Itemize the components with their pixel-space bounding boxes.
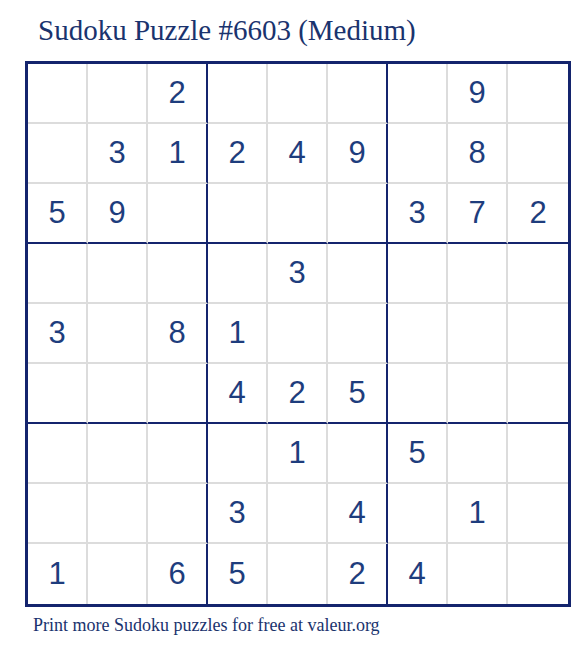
cell-r4c8[interactable]: [448, 244, 508, 304]
sudoku-board: 293124985937233814251534116524: [25, 61, 571, 607]
cell-r2c5[interactable]: 4: [268, 124, 328, 184]
cell-r1c6[interactable]: [328, 64, 388, 124]
cell-r1c4[interactable]: [208, 64, 268, 124]
footer-text: Print more Sudoku puzzles for free at va…: [33, 615, 380, 636]
cell-r9c3[interactable]: 6: [148, 544, 208, 604]
cell-r8c5[interactable]: [268, 484, 328, 544]
cell-r1c5[interactable]: [268, 64, 328, 124]
page-title: Sudoku Puzzle #6603 (Medium): [38, 14, 416, 47]
cell-r9c2[interactable]: [88, 544, 148, 604]
cell-r5c5[interactable]: [268, 304, 328, 364]
cell-r8c6[interactable]: 4: [328, 484, 388, 544]
cell-r4c2[interactable]: [88, 244, 148, 304]
cell-r7c9[interactable]: [508, 424, 568, 484]
cell-r2c9[interactable]: [508, 124, 568, 184]
cell-r4c7[interactable]: [388, 244, 448, 304]
cell-r2c1[interactable]: [28, 124, 88, 184]
cell-r8c9[interactable]: [508, 484, 568, 544]
cell-r3c1[interactable]: 5: [28, 184, 88, 244]
cell-r5c1[interactable]: 3: [28, 304, 88, 364]
cell-r7c1[interactable]: [28, 424, 88, 484]
cell-r7c4[interactable]: [208, 424, 268, 484]
cell-r9c7[interactable]: 4: [388, 544, 448, 604]
cell-r5c7[interactable]: [388, 304, 448, 364]
cell-r5c4[interactable]: 1: [208, 304, 268, 364]
cell-r9c9[interactable]: [508, 544, 568, 604]
cell-r9c1[interactable]: 1: [28, 544, 88, 604]
cell-r2c4[interactable]: 2: [208, 124, 268, 184]
cell-r8c2[interactable]: [88, 484, 148, 544]
cell-r9c6[interactable]: 2: [328, 544, 388, 604]
cell-r8c3[interactable]: [148, 484, 208, 544]
cell-r3c4[interactable]: [208, 184, 268, 244]
cell-r7c8[interactable]: [448, 424, 508, 484]
cell-r4c1[interactable]: [28, 244, 88, 304]
cell-r5c6[interactable]: [328, 304, 388, 364]
cell-r5c8[interactable]: [448, 304, 508, 364]
cell-r6c4[interactable]: 4: [208, 364, 268, 424]
cell-r6c7[interactable]: [388, 364, 448, 424]
cell-r8c1[interactable]: [28, 484, 88, 544]
cell-r3c8[interactable]: 7: [448, 184, 508, 244]
cell-r1c1[interactable]: [28, 64, 88, 124]
cell-r3c3[interactable]: [148, 184, 208, 244]
cell-r6c6[interactable]: 5: [328, 364, 388, 424]
cell-r3c9[interactable]: 2: [508, 184, 568, 244]
cell-r6c8[interactable]: [448, 364, 508, 424]
cell-r7c6[interactable]: [328, 424, 388, 484]
cell-r5c3[interactable]: 8: [148, 304, 208, 364]
cell-r6c9[interactable]: [508, 364, 568, 424]
cell-r7c3[interactable]: [148, 424, 208, 484]
cell-r4c5[interactable]: 3: [268, 244, 328, 304]
cell-r9c4[interactable]: 5: [208, 544, 268, 604]
cell-r2c6[interactable]: 9: [328, 124, 388, 184]
cell-r6c3[interactable]: [148, 364, 208, 424]
cell-r9c8[interactable]: [448, 544, 508, 604]
cell-r6c2[interactable]: [88, 364, 148, 424]
cell-r8c8[interactable]: 1: [448, 484, 508, 544]
cell-r8c7[interactable]: [388, 484, 448, 544]
cell-r1c2[interactable]: [88, 64, 148, 124]
cell-r3c5[interactable]: [268, 184, 328, 244]
cell-r7c7[interactable]: 5: [388, 424, 448, 484]
cell-r7c5[interactable]: 1: [268, 424, 328, 484]
cell-r4c9[interactable]: [508, 244, 568, 304]
cell-r4c4[interactable]: [208, 244, 268, 304]
cell-r6c5[interactable]: 2: [268, 364, 328, 424]
cell-r4c6[interactable]: [328, 244, 388, 304]
cell-r5c9[interactable]: [508, 304, 568, 364]
cell-r2c8[interactable]: 8: [448, 124, 508, 184]
cell-r1c8[interactable]: 9: [448, 64, 508, 124]
cell-r1c3[interactable]: 2: [148, 64, 208, 124]
cell-r1c9[interactable]: [508, 64, 568, 124]
cell-r3c6[interactable]: [328, 184, 388, 244]
cell-r2c2[interactable]: 3: [88, 124, 148, 184]
cell-r9c5[interactable]: [268, 544, 328, 604]
cell-r1c7[interactable]: [388, 64, 448, 124]
cell-r3c7[interactable]: 3: [388, 184, 448, 244]
cell-r2c3[interactable]: 1: [148, 124, 208, 184]
cell-r4c3[interactable]: [148, 244, 208, 304]
cell-r8c4[interactable]: 3: [208, 484, 268, 544]
cell-r7c2[interactable]: [88, 424, 148, 484]
cell-r3c2[interactable]: 9: [88, 184, 148, 244]
sudoku-page: Sudoku Puzzle #6603 (Medium) 29312498593…: [0, 0, 574, 651]
cell-r5c2[interactable]: [88, 304, 148, 364]
cell-r6c1[interactable]: [28, 364, 88, 424]
cell-r2c7[interactable]: [388, 124, 448, 184]
